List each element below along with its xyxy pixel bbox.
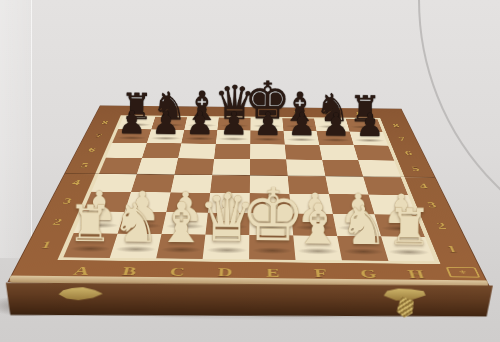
maker-stamp-icon: ⚜ bbox=[446, 267, 481, 278]
rank-label-right-5: 5 bbox=[398, 161, 434, 178]
square-f6[interactable] bbox=[285, 145, 322, 160]
square-b5[interactable] bbox=[137, 158, 178, 175]
chess-set: ⚜ AABBCCDDEEFFGGHH1122334455667788♜♞♝♛♚♝… bbox=[0, 0, 500, 342]
square-d6[interactable] bbox=[214, 144, 250, 159]
chess-board: ⚜ AABBCCDDEEFFGGHH1122334455667788♜♞♝♛♚♝… bbox=[9, 106, 489, 287]
square-h6[interactable] bbox=[354, 145, 395, 160]
rank-label-right-6: 6 bbox=[392, 146, 426, 161]
square-g6[interactable] bbox=[319, 145, 358, 160]
square-c6[interactable] bbox=[178, 143, 216, 158]
piece-white-rook-h1[interactable]: ♜ bbox=[376, 202, 442, 253]
square-a5[interactable] bbox=[99, 158, 142, 175]
piece-black-pawn-h7[interactable]: ♟ bbox=[345, 108, 394, 140]
square-e6[interactable] bbox=[250, 144, 286, 159]
photo-background: ⚜ AABBCCDDEEFFGGHH1122334455667788♜♞♝♛♚♝… bbox=[0, 0, 500, 342]
square-b6[interactable] bbox=[142, 143, 181, 158]
square-c5[interactable] bbox=[174, 158, 214, 175]
square-a6[interactable] bbox=[106, 143, 147, 158]
square-h5[interactable] bbox=[358, 160, 401, 177]
square-g5[interactable] bbox=[322, 160, 363, 177]
